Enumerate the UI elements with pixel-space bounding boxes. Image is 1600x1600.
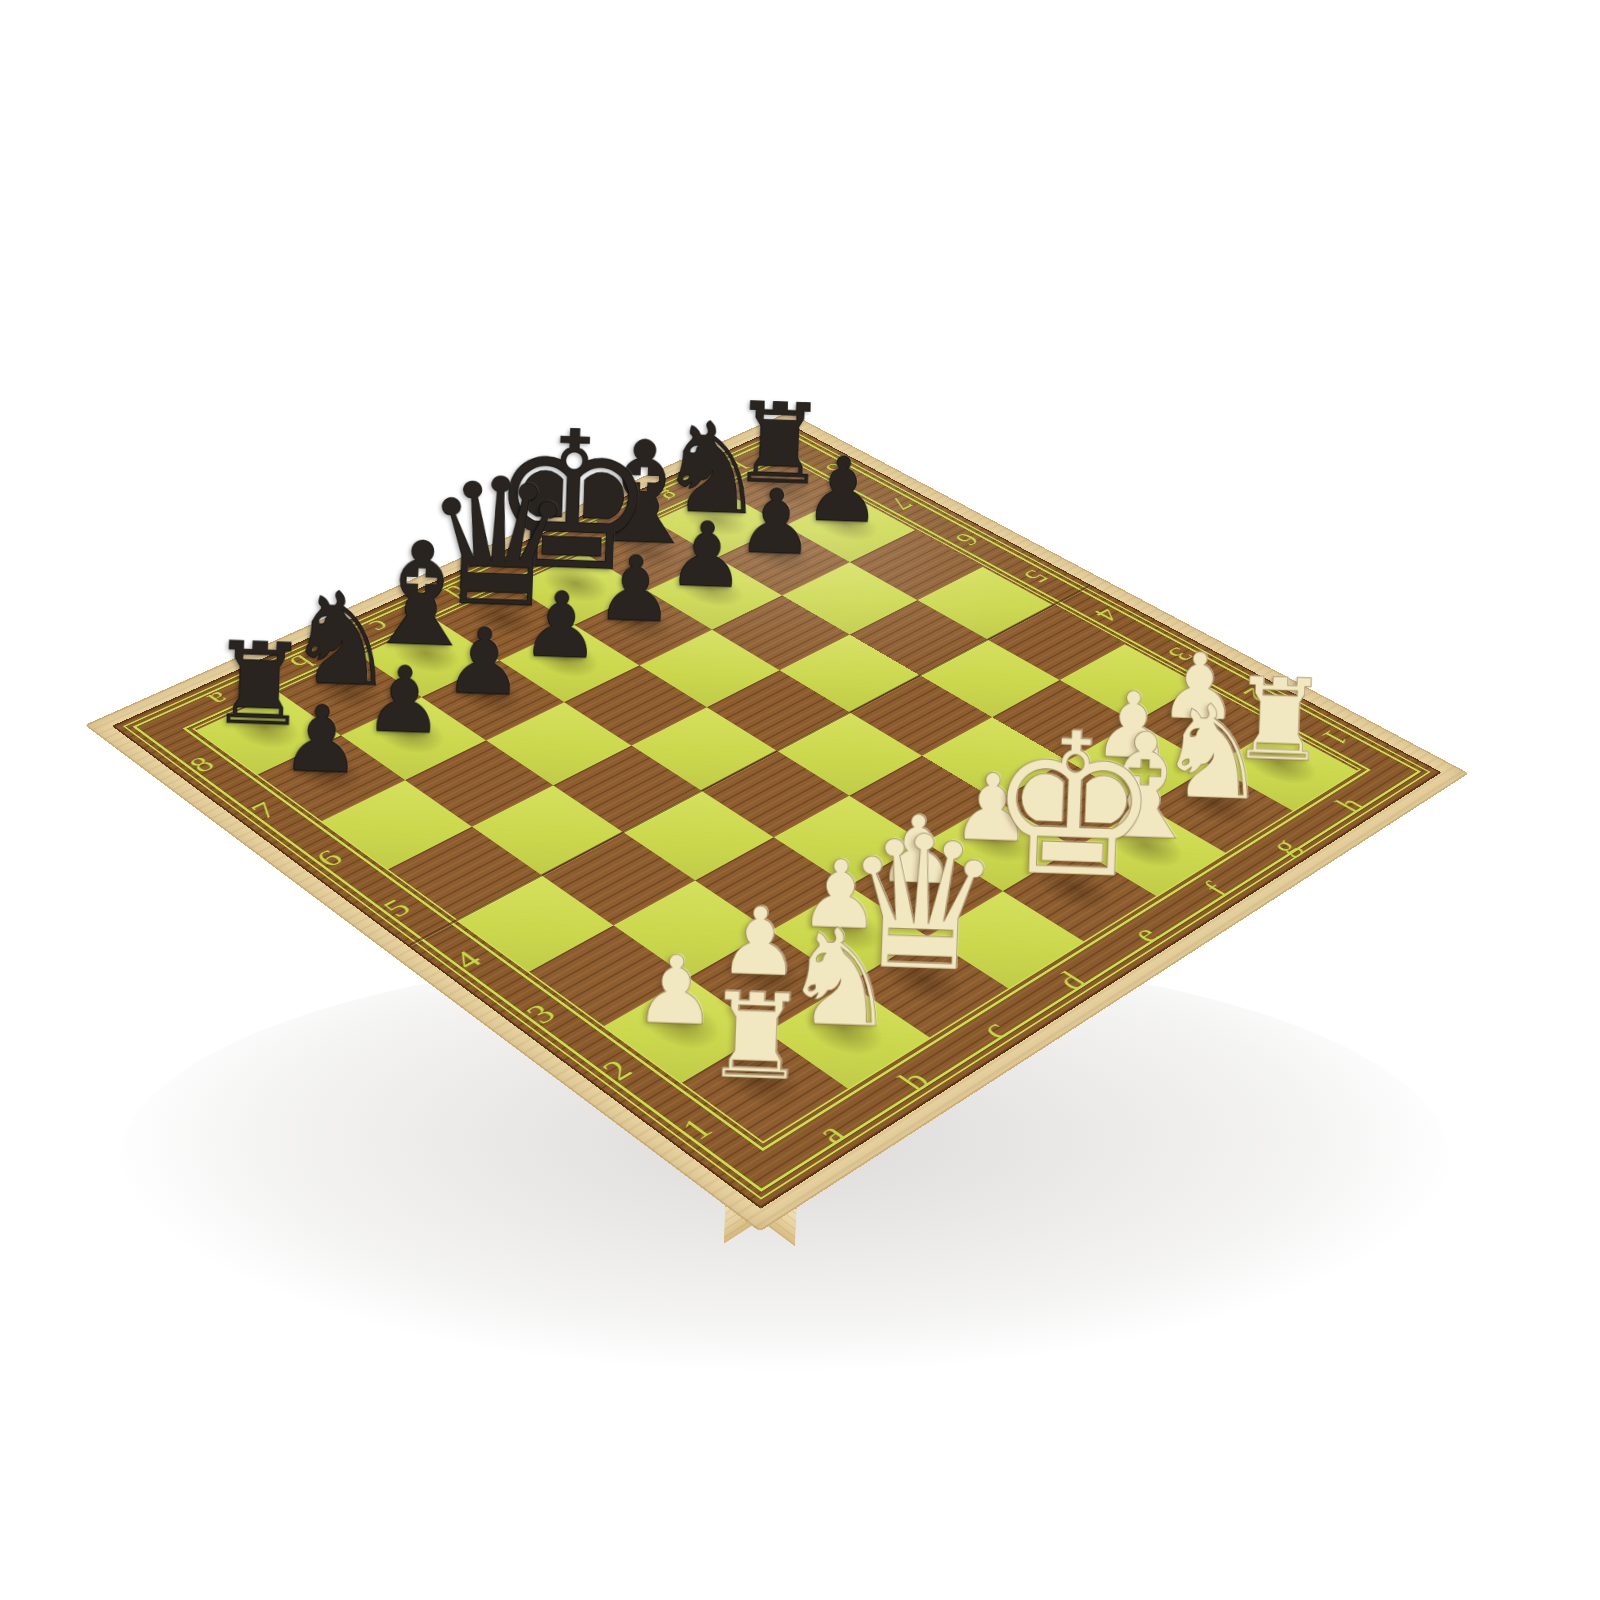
product-photo-stage: ♜♟♟♜♞♟♟♞♝♟♝♚♟♟♚♛♟♟♝♟♟♛♞♟♟♞♜♟♟♜ 887766554… — [0, 0, 1600, 1600]
printed-board-surface: ♜♟♟♜♞♟♟♞♝♟♝♚♟♟♚♛♟♟♝♟♟♛♞♟♟♞♜♟♟♜ 887766554… — [112, 423, 1442, 1208]
coordinate-label-e: e — [1113, 914, 1177, 954]
coordinate-label-6: 6 — [297, 839, 360, 877]
black-pawn-a7[interactable]: ♟ — [247, 579, 401, 786]
chessboard[interactable]: ♜♟♟♜♞♟♟♞♝♟♝♚♟♟♚♛♟♟♝♟♟♛♞♟♟♞♜♟♟♜ — [196, 460, 1358, 1142]
perspective-scene: ♜♟♟♜♞♟♟♞♝♟♝♚♟♟♚♛♟♟♝♟♟♛♞♟♟♞♜♟♟♜ 887766554… — [239, 211, 1315, 1287]
white-king-e1[interactable]: ♚ — [994, 687, 1155, 902]
square-a1[interactable]: ♜ — [681, 1032, 848, 1142]
coordinate-label-f: f — [1185, 870, 1248, 908]
coordinate-label-g: g — [1253, 827, 1315, 864]
folding-chess-box: ♜♟♟♜♞♟♟♞♝♟♝♚♟♟♚♛♟♟♝♟♟♛♞♟♟♞♜♟♟♜ 887766554… — [85, 412, 1469, 1232]
photo-tilt-wrapper: ♜♟♟♜♞♟♟♞♝♟♝♚♟♟♚♛♟♟♝♟♟♛♞♟♟♞♜♟♟♜ 887766554… — [0, 0, 1600, 1600]
white-rook-a1[interactable]: ♜ — [671, 863, 845, 1096]
coordinate-label-5: 5 — [364, 888, 428, 927]
